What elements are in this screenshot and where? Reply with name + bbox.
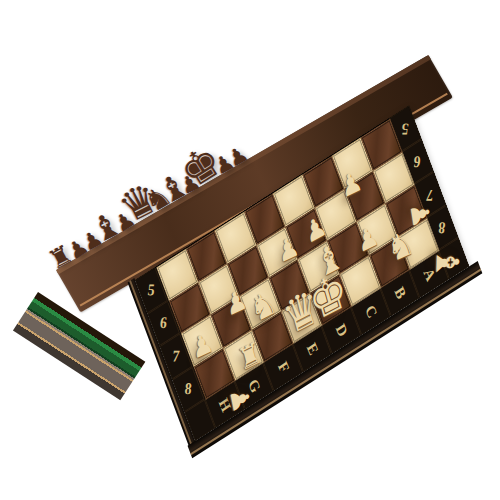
coord-left-8-label: 8 [184,381,192,398]
coord-bottom-E-label: E [304,340,320,358]
coord-right-5-label: 5 [401,120,409,137]
coord-right-6-label: 6 [413,153,421,170]
coord-left-5-label: 5 [147,282,155,299]
coord-left-6-label: 6 [159,315,167,332]
coord-bottom-B-label: B [392,284,408,302]
chess-set-photo: ♜♟♟♝♟♛♞♝♟♚♟♟ 56785678HGFEDCBA♟♟♞♝♟♟♟♝♟♛♜… [0,0,500,500]
coord-bottom-C-label: C [362,302,379,321]
white-bishop-a8: ♝ [431,245,463,281]
coord-bottom-F-label: F [275,359,291,376]
coord-left-7-label: 7 [172,348,180,365]
coord-right-8-label: 8 [438,219,446,236]
